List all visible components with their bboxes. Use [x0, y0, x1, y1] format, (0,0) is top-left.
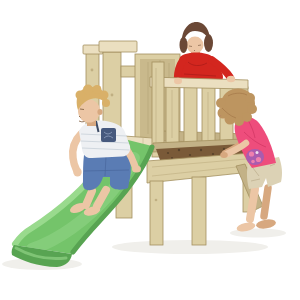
pink-girl-near-leg	[250, 189, 255, 219]
pink-girl-far-foot	[255, 218, 276, 230]
sand-table-front-left-leg	[150, 181, 163, 245]
playset-illustration	[0, 0, 300, 300]
boy-shirt-pocket	[101, 128, 116, 142]
shadow-under-table	[112, 240, 268, 254]
boy-ear	[97, 109, 102, 115]
boy-left-arm	[73, 134, 81, 170]
pink-girl-hip-pattern	[246, 149, 264, 165]
boy-right-hand	[132, 165, 141, 172]
product-photo	[0, 0, 300, 300]
boy-left-shin	[86, 191, 92, 205]
pink-girl-far-leg	[264, 188, 268, 216]
girl-in-red	[177, 22, 230, 86]
tower-cap-rail	[99, 41, 137, 52]
red-girl-right-hand	[227, 76, 235, 82]
leg-knot	[155, 199, 158, 202]
boy-left-hand	[73, 167, 81, 176]
red-girl-hair-left	[180, 37, 188, 53]
red-girl-left-hand	[174, 78, 182, 84]
pink-girl-hand	[220, 152, 228, 158]
sand-table-middle-leg	[192, 177, 206, 245]
red-girl-hair-right	[204, 34, 213, 52]
